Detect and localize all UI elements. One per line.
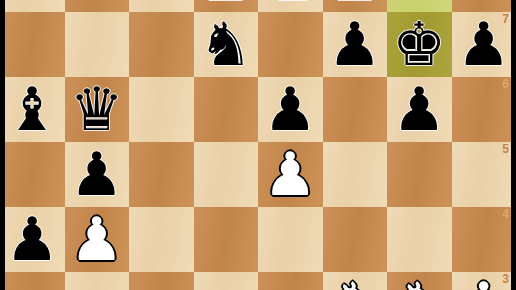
square-h6[interactable]: 6 <box>452 77 516 142</box>
square-f7[interactable]: ♟ <box>323 12 388 77</box>
square-b4[interactable]: ♟ <box>65 207 130 272</box>
square-g4[interactable] <box>387 207 452 272</box>
piece-black-pawn: ♟ <box>5 207 59 272</box>
square-b5[interactable]: ♟ <box>65 142 130 207</box>
square-h5[interactable]: 5 <box>452 142 516 207</box>
piece-black-rook: ♜ <box>328 0 382 12</box>
square-a5[interactable] <box>0 142 65 207</box>
square-d5[interactable] <box>194 142 259 207</box>
square-g6[interactable]: ♟ <box>387 77 452 142</box>
square-f3[interactable]: ♞ <box>323 272 388 290</box>
rank-coordinate-7: 7 <box>502 13 509 25</box>
square-c6[interactable] <box>129 77 194 142</box>
square-e6[interactable]: ♟ <box>258 77 323 142</box>
piece-black-pawn: ♟ <box>392 77 446 142</box>
square-g7[interactable]: ♚ <box>387 12 452 77</box>
chess-board: ♜♞♜8♞♟♚♟7♝♛♟♟6♟♟5♟♟4♞♞♟321 <box>0 0 516 290</box>
square-e7[interactable] <box>258 12 323 77</box>
square-d8[interactable]: ♜ <box>194 0 259 12</box>
piece-white-pawn: ♟ <box>263 142 317 207</box>
chess-board-screenshot: ♜♞♜8♞♟♚♟7♝♛♟♟6♟♟5♟♟4♞♞♟321 <box>0 0 516 290</box>
square-c5[interactable] <box>129 142 194 207</box>
square-a4[interactable]: ♟ <box>0 207 65 272</box>
square-g5[interactable] <box>387 142 452 207</box>
square-g3[interactable]: ♞ <box>387 272 452 290</box>
square-c4[interactable] <box>129 207 194 272</box>
rank-coordinate-5: 5 <box>502 143 509 155</box>
square-d7[interactable]: ♞ <box>194 12 259 77</box>
square-f4[interactable] <box>323 207 388 272</box>
square-f6[interactable] <box>323 77 388 142</box>
piece-black-pawn: ♟ <box>263 77 317 142</box>
square-d4[interactable] <box>194 207 259 272</box>
square-h3[interactable]: ♟3 <box>452 272 516 290</box>
square-f5[interactable] <box>323 142 388 207</box>
square-b8[interactable] <box>65 0 130 12</box>
square-f8[interactable]: ♜ <box>323 0 388 12</box>
square-c8[interactable] <box>129 0 194 12</box>
square-e5[interactable]: ♟ <box>258 142 323 207</box>
piece-white-pawn: ♟ <box>70 207 124 272</box>
square-e3[interactable] <box>258 272 323 290</box>
square-b7[interactable] <box>65 12 130 77</box>
square-h7[interactable]: ♟7 <box>452 12 516 77</box>
right-black-bar <box>511 0 516 290</box>
left-black-bar <box>0 0 5 290</box>
rank-coordinate-4: 4 <box>502 208 509 220</box>
piece-black-queen: ♛ <box>70 77 124 142</box>
square-g8[interactable] <box>387 0 452 12</box>
square-b3[interactable] <box>65 272 130 290</box>
piece-black-king: ♚ <box>392 12 446 77</box>
square-d6[interactable] <box>194 77 259 142</box>
piece-black-pawn: ♟ <box>328 12 382 77</box>
piece-black-rook: ♜ <box>199 0 253 12</box>
square-b6[interactable]: ♛ <box>65 77 130 142</box>
square-h8[interactable]: 8 <box>452 0 516 12</box>
piece-black-pawn: ♟ <box>70 142 124 207</box>
square-d3[interactable] <box>194 272 259 290</box>
square-c3[interactable] <box>129 272 194 290</box>
piece-white-knight: ♞ <box>328 272 382 290</box>
square-c7[interactable] <box>129 12 194 77</box>
square-a8[interactable] <box>0 0 65 12</box>
piece-white-knight: ♞ <box>392 272 446 290</box>
square-h4[interactable]: 4 <box>452 207 516 272</box>
square-e4[interactable] <box>258 207 323 272</box>
square-a7[interactable] <box>0 12 65 77</box>
piece-black-bishop: ♝ <box>5 77 59 142</box>
piece-black-knight: ♞ <box>199 12 253 77</box>
piece-black-knight: ♞ <box>263 0 317 12</box>
rank-coordinate-6: 6 <box>502 78 509 90</box>
rank-coordinate-3: 3 <box>502 273 509 285</box>
square-a6[interactable]: ♝ <box>0 77 65 142</box>
square-e8[interactable]: ♞ <box>258 0 323 12</box>
square-a3[interactable] <box>0 272 65 290</box>
